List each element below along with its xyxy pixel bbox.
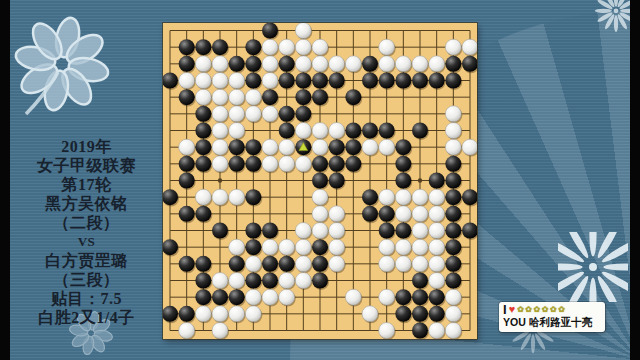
stamp-icons: ✿✿✿✿✿✿ <box>517 305 566 315</box>
badge-i-text: I <box>503 303 507 316</box>
blossom-flower-decoration <box>6 10 118 122</box>
info-year: 2019年 <box>10 137 163 156</box>
go-board-svg <box>163 23 477 339</box>
daisy-flower-decoration <box>558 232 628 302</box>
info-vs: VS <box>10 232 163 251</box>
info-komi: 贴目：7.5 <box>10 289 163 308</box>
heart-icon: ♥ <box>509 304 516 315</box>
info-white-rank: （三段） <box>10 270 163 289</box>
info-result: 白胜2又1/4子 <box>10 308 163 327</box>
channel-badge: I ♥ ✿✿✿✿✿✿ YOU 哈利路亚十亮 <box>499 302 605 332</box>
info-black-rank: （二段） <box>10 213 163 232</box>
left-letterbox-bar <box>0 0 10 360</box>
info-white-player: 白方贾罡璐 <box>10 251 163 270</box>
info-league: 女子甲级联赛 <box>10 156 163 175</box>
right-letterbox-bar <box>630 0 640 360</box>
info-round: 第17轮 <box>10 175 163 194</box>
video-frame: 2019年 女子甲级联赛 第17轮 黑方吴依铭 （二段） VS 白方贾罡璐 （三… <box>0 0 640 360</box>
game-info-panel: 2019年 女子甲级联赛 第17轮 黑方吴依铭 （二段） VS 白方贾罡璐 （三… <box>10 137 163 327</box>
badge-channel-name: YOU 哈利路亚十亮 <box>503 316 597 329</box>
go-board <box>163 23 477 339</box>
info-black-player: 黑方吴依铭 <box>10 194 163 213</box>
